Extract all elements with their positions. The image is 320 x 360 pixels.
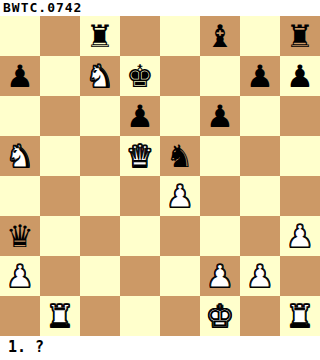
square-c6[interactable]: [80, 96, 120, 136]
square-b6[interactable]: [40, 96, 80, 136]
piece-white-pawn[interactable]: ♟: [246, 256, 274, 296]
piece-black-pawn[interactable]: ♟: [6, 56, 34, 96]
piece-black-pawn[interactable]: ♟: [246, 56, 274, 96]
square-d6[interactable]: ♟: [120, 96, 160, 136]
square-e4[interactable]: ♟: [160, 176, 200, 216]
square-a8[interactable]: [0, 16, 40, 56]
chess-board: ♜♝♜♟♞♚♟♟♟♟♞♛♞♟♛♟♟♟♟♜♚♜: [0, 16, 320, 336]
piece-white-pawn[interactable]: ♟: [166, 176, 194, 216]
square-h8[interactable]: ♜: [280, 16, 320, 56]
square-e2[interactable]: [160, 256, 200, 296]
square-g6[interactable]: [240, 96, 280, 136]
square-f2[interactable]: ♟: [200, 256, 240, 296]
square-b4[interactable]: [40, 176, 80, 216]
piece-black-bishop[interactable]: ♝: [206, 16, 234, 56]
piece-white-pawn[interactable]: ♟: [6, 256, 34, 296]
square-b5[interactable]: [40, 136, 80, 176]
piece-white-knight[interactable]: ♞: [6, 136, 34, 176]
square-f5[interactable]: [200, 136, 240, 176]
square-b7[interactable]: [40, 56, 80, 96]
square-g7[interactable]: ♟: [240, 56, 280, 96]
square-a7[interactable]: ♟: [0, 56, 40, 96]
square-g4[interactable]: [240, 176, 280, 216]
square-e3[interactable]: [160, 216, 200, 256]
puzzle-title: BWTC.0742: [0, 0, 320, 16]
square-b3[interactable]: [40, 216, 80, 256]
square-c1[interactable]: [80, 296, 120, 336]
piece-black-pawn[interactable]: ♟: [206, 96, 234, 136]
square-b1[interactable]: ♜: [40, 296, 80, 336]
square-h1[interactable]: ♜: [280, 296, 320, 336]
square-f1[interactable]: ♚: [200, 296, 240, 336]
square-c5[interactable]: [80, 136, 120, 176]
square-h3[interactable]: ♟: [280, 216, 320, 256]
square-c7[interactable]: ♞: [80, 56, 120, 96]
square-f4[interactable]: [200, 176, 240, 216]
piece-black-pawn[interactable]: ♟: [286, 56, 314, 96]
piece-black-knight[interactable]: ♞: [166, 136, 194, 176]
square-g1[interactable]: [240, 296, 280, 336]
piece-black-king[interactable]: ♚: [126, 56, 154, 96]
square-d3[interactable]: [120, 216, 160, 256]
square-e8[interactable]: [160, 16, 200, 56]
square-d5[interactable]: ♛: [120, 136, 160, 176]
piece-white-pawn[interactable]: ♟: [286, 216, 314, 256]
square-e5[interactable]: ♞: [160, 136, 200, 176]
piece-white-pawn[interactable]: ♟: [206, 256, 234, 296]
piece-black-queen[interactable]: ♛: [6, 216, 34, 256]
square-f8[interactable]: ♝: [200, 16, 240, 56]
piece-black-rook[interactable]: ♜: [86, 16, 114, 56]
piece-black-rook[interactable]: ♜: [286, 16, 314, 56]
square-a1[interactable]: [0, 296, 40, 336]
square-b2[interactable]: [40, 256, 80, 296]
square-a4[interactable]: [0, 176, 40, 216]
square-g3[interactable]: [240, 216, 280, 256]
square-c4[interactable]: [80, 176, 120, 216]
piece-black-pawn[interactable]: ♟: [126, 96, 154, 136]
square-h2[interactable]: [280, 256, 320, 296]
square-a2[interactable]: ♟: [0, 256, 40, 296]
square-f3[interactable]: [200, 216, 240, 256]
square-c2[interactable]: [80, 256, 120, 296]
square-e7[interactable]: [160, 56, 200, 96]
square-c8[interactable]: ♜: [80, 16, 120, 56]
square-c3[interactable]: [80, 216, 120, 256]
square-h6[interactable]: [280, 96, 320, 136]
square-g8[interactable]: [240, 16, 280, 56]
square-d1[interactable]: [120, 296, 160, 336]
square-d8[interactable]: [120, 16, 160, 56]
square-e1[interactable]: [160, 296, 200, 336]
square-g2[interactable]: ♟: [240, 256, 280, 296]
square-h4[interactable]: [280, 176, 320, 216]
square-g5[interactable]: [240, 136, 280, 176]
square-f6[interactable]: ♟: [200, 96, 240, 136]
piece-white-king[interactable]: ♚: [206, 296, 234, 336]
square-b8[interactable]: [40, 16, 80, 56]
square-a3[interactable]: ♛: [0, 216, 40, 256]
square-e6[interactable]: [160, 96, 200, 136]
square-h5[interactable]: [280, 136, 320, 176]
square-d4[interactable]: [120, 176, 160, 216]
square-a5[interactable]: ♞: [0, 136, 40, 176]
square-f7[interactable]: [200, 56, 240, 96]
square-a6[interactable]: [0, 96, 40, 136]
piece-white-knight[interactable]: ♞: [86, 56, 114, 96]
square-d2[interactable]: [120, 256, 160, 296]
move-prompt: 1. ?: [0, 336, 320, 360]
piece-white-rook[interactable]: ♜: [46, 296, 74, 336]
piece-white-queen[interactable]: ♛: [126, 136, 154, 176]
piece-white-rook[interactable]: ♜: [286, 296, 314, 336]
square-d7[interactable]: ♚: [120, 56, 160, 96]
square-h7[interactable]: ♟: [280, 56, 320, 96]
